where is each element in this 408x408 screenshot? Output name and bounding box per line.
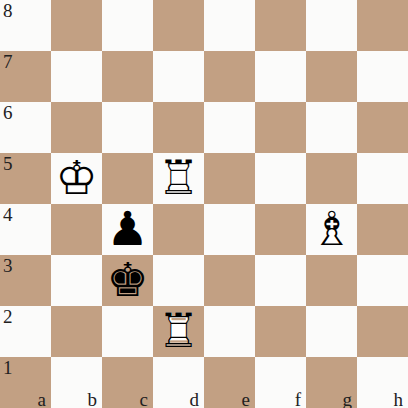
square-b7[interactable] [51,51,102,102]
square-b5[interactable]: ♚♔ [51,153,102,204]
square-e3[interactable] [204,255,255,306]
square-b2[interactable] [51,306,102,357]
square-g4[interactable]: ♝♗ [306,204,357,255]
rank-label-4: 4 [3,205,13,224]
square-b1[interactable]: b [51,357,102,408]
rank-label-3: 3 [3,256,13,275]
square-g5[interactable] [306,153,357,204]
black-pawn[interactable]: ♟ [102,204,153,255]
black-king-icon: ♚ [106,255,148,302]
square-c4[interactable]: ♟ [102,204,153,255]
square-g6[interactable] [306,102,357,153]
square-g1[interactable]: g [306,357,357,408]
square-d3[interactable] [153,255,204,306]
chess-board: 8765♚♔♜♖4♟♝♗3♚2♜♖1abcdefgh [0,0,408,408]
white-bishop-icon: ♗ [310,204,352,251]
rank-label-1: 1 [3,358,13,377]
rank-label-8: 8 [3,1,13,20]
file-label-h: h [394,390,404,408]
square-c6[interactable] [102,102,153,153]
square-f2[interactable] [255,306,306,357]
square-h1[interactable]: h [357,357,408,408]
square-e8[interactable] [204,0,255,51]
square-h4[interactable] [357,204,408,255]
square-g2[interactable] [306,306,357,357]
black-pawn-icon: ♟ [106,204,148,251]
square-c8[interactable] [102,0,153,51]
square-d7[interactable] [153,51,204,102]
square-a4[interactable]: 4 [0,204,51,255]
square-g8[interactable] [306,0,357,51]
square-d8[interactable] [153,0,204,51]
square-b3[interactable] [51,255,102,306]
square-b6[interactable] [51,102,102,153]
square-h2[interactable] [357,306,408,357]
square-d2[interactable]: ♜♖ [153,306,204,357]
square-c1[interactable]: c [102,357,153,408]
square-e2[interactable] [204,306,255,357]
square-a8[interactable]: 8 [0,0,51,51]
file-label-d: d [190,390,200,408]
file-label-c: c [140,390,148,408]
white-rook[interactable]: ♜♖ [153,153,204,204]
square-a2[interactable]: 2 [0,306,51,357]
square-f4[interactable] [255,204,306,255]
white-king-icon: ♔ [55,153,97,200]
square-a7[interactable]: 7 [0,51,51,102]
rank-label-7: 7 [3,52,13,71]
rank-label-6: 6 [3,103,13,122]
square-h8[interactable] [357,0,408,51]
white-rook[interactable]: ♜♖ [153,306,204,357]
square-c7[interactable] [102,51,153,102]
square-e6[interactable] [204,102,255,153]
square-e4[interactable] [204,204,255,255]
square-c3[interactable]: ♚ [102,255,153,306]
square-g7[interactable] [306,51,357,102]
white-rook-icon: ♖ [157,153,199,200]
file-label-g: g [343,390,353,408]
square-h6[interactable] [357,102,408,153]
white-king[interactable]: ♚♔ [51,153,102,204]
square-b4[interactable] [51,204,102,255]
file-label-a: a [38,390,46,408]
file-label-b: b [88,390,98,408]
white-rook-icon: ♖ [157,306,199,353]
file-label-f: f [295,390,301,408]
square-c2[interactable] [102,306,153,357]
square-f7[interactable] [255,51,306,102]
square-e5[interactable] [204,153,255,204]
square-a3[interactable]: 3 [0,255,51,306]
black-king[interactable]: ♚ [102,255,153,306]
rank-label-5: 5 [3,154,13,173]
square-c5[interactable] [102,153,153,204]
square-d4[interactable] [153,204,204,255]
file-label-e: e [242,390,250,408]
square-h5[interactable] [357,153,408,204]
square-g3[interactable] [306,255,357,306]
square-f3[interactable] [255,255,306,306]
square-f6[interactable] [255,102,306,153]
square-f8[interactable] [255,0,306,51]
square-d5[interactable]: ♜♖ [153,153,204,204]
square-e1[interactable]: e [204,357,255,408]
square-d6[interactable] [153,102,204,153]
square-a6[interactable]: 6 [0,102,51,153]
square-f5[interactable] [255,153,306,204]
square-d1[interactable]: d [153,357,204,408]
square-a1[interactable]: 1a [0,357,51,408]
square-a5[interactable]: 5 [0,153,51,204]
square-h7[interactable] [357,51,408,102]
square-h3[interactable] [357,255,408,306]
square-f1[interactable]: f [255,357,306,408]
square-e7[interactable] [204,51,255,102]
rank-label-2: 2 [3,307,13,326]
square-b8[interactable] [51,0,102,51]
white-bishop[interactable]: ♝♗ [306,204,357,255]
